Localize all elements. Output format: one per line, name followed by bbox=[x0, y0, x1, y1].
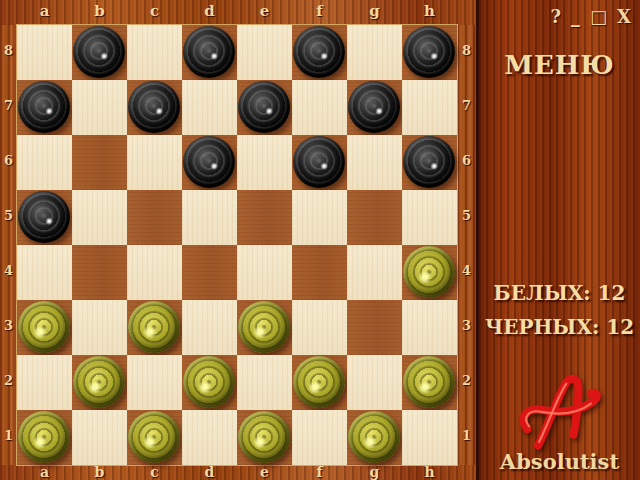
maximize-button[interactable]: □ bbox=[590, 6, 607, 28]
white-man-h4[interactable] bbox=[403, 246, 455, 298]
black-man-a7[interactable] bbox=[18, 81, 70, 133]
square-c7[interactable] bbox=[127, 80, 182, 135]
black-man-h6[interactable] bbox=[403, 136, 455, 188]
square-e3[interactable] bbox=[237, 300, 292, 355]
square-g2[interactable] bbox=[347, 355, 402, 410]
window-controls: ? _ □ X bbox=[550, 6, 631, 28]
board bbox=[17, 25, 457, 465]
rank-label-left-8: 8 bbox=[0, 25, 17, 80]
square-d6[interactable] bbox=[182, 135, 237, 190]
file-label-top-b: b bbox=[72, 0, 127, 25]
white-man-f2[interactable] bbox=[293, 356, 345, 408]
file-label-bottom-e: e bbox=[237, 465, 292, 480]
square-e8[interactable] bbox=[237, 25, 292, 80]
square-a1[interactable] bbox=[17, 410, 72, 465]
square-e5[interactable] bbox=[237, 190, 292, 245]
square-f5[interactable] bbox=[292, 190, 347, 245]
square-c4[interactable] bbox=[127, 245, 182, 300]
square-e2[interactable] bbox=[237, 355, 292, 410]
rank-label-right-8: 8 bbox=[457, 25, 476, 80]
black-counter: ЧЕРНЫХ: 12 bbox=[479, 310, 640, 344]
white-counter-value: 12 bbox=[598, 281, 626, 305]
black-man-f6[interactable] bbox=[293, 136, 345, 188]
square-b4[interactable] bbox=[72, 245, 127, 300]
file-label-top-h: h bbox=[402, 0, 457, 25]
app-window: 87654321 87654321 abcdefgh abcdefgh ? _ … bbox=[0, 0, 640, 480]
square-f7[interactable] bbox=[292, 80, 347, 135]
white-man-b2[interactable] bbox=[73, 356, 125, 408]
square-e1[interactable] bbox=[237, 410, 292, 465]
square-f1[interactable] bbox=[292, 410, 347, 465]
file-labels-top: abcdefgh bbox=[0, 0, 476, 25]
menu-button[interactable]: МЕНЮ bbox=[479, 50, 640, 80]
square-g5[interactable] bbox=[347, 190, 402, 245]
square-h5[interactable] bbox=[402, 190, 457, 245]
square-f6[interactable] bbox=[292, 135, 347, 190]
square-a8[interactable] bbox=[17, 25, 72, 80]
black-man-b8[interactable] bbox=[73, 26, 125, 78]
square-h2[interactable] bbox=[402, 355, 457, 410]
board-panel: 87654321 87654321 abcdefgh abcdefgh bbox=[0, 0, 476, 480]
file-label-bottom-g: g bbox=[347, 465, 402, 480]
white-counter-label: БЕЛЫХ: bbox=[494, 281, 591, 305]
square-a3[interactable] bbox=[17, 300, 72, 355]
black-man-f8[interactable] bbox=[293, 26, 345, 78]
white-man-g1[interactable] bbox=[348, 411, 400, 463]
file-label-top-d: d bbox=[182, 0, 237, 25]
black-man-d6[interactable] bbox=[183, 136, 235, 188]
square-g8[interactable] bbox=[347, 25, 402, 80]
square-f8[interactable] bbox=[292, 25, 347, 80]
rank-labels-left: 87654321 bbox=[0, 0, 17, 480]
square-b6[interactable] bbox=[72, 135, 127, 190]
file-label-top-e: e bbox=[237, 0, 292, 25]
square-f4[interactable] bbox=[292, 245, 347, 300]
rank-label-left-6: 6 bbox=[0, 135, 17, 190]
rank-labels-right: 87654321 bbox=[457, 0, 476, 480]
rank-label-left-3: 3 bbox=[0, 300, 17, 355]
rank-label-right-5: 5 bbox=[457, 190, 476, 245]
black-man-e7[interactable] bbox=[238, 81, 290, 133]
square-c6[interactable] bbox=[127, 135, 182, 190]
white-man-e1[interactable] bbox=[238, 411, 290, 463]
square-g4[interactable] bbox=[347, 245, 402, 300]
square-f2[interactable] bbox=[292, 355, 347, 410]
square-d1[interactable] bbox=[182, 410, 237, 465]
rank-label-right-2: 2 bbox=[457, 355, 476, 410]
white-man-c3[interactable] bbox=[128, 301, 180, 353]
square-c3[interactable] bbox=[127, 300, 182, 355]
square-g7[interactable] bbox=[347, 80, 402, 135]
help-button[interactable]: ? bbox=[550, 6, 561, 28]
piece-counters: БЕЛЫХ: 12 ЧЕРНЫХ: 12 bbox=[479, 276, 640, 344]
black-man-h8[interactable] bbox=[403, 26, 455, 78]
square-a5[interactable] bbox=[17, 190, 72, 245]
white-man-h2[interactable] bbox=[403, 356, 455, 408]
rank-label-right-7: 7 bbox=[457, 80, 476, 135]
file-label-bottom-h: h bbox=[402, 465, 457, 480]
square-a7[interactable] bbox=[17, 80, 72, 135]
square-b3[interactable] bbox=[72, 300, 127, 355]
sidebar: ? _ □ X МЕНЮ БЕЛЫХ: 12 ЧЕРНЫХ: 12 bbox=[476, 0, 640, 480]
square-c1[interactable] bbox=[127, 410, 182, 465]
square-g3[interactable] bbox=[347, 300, 402, 355]
file-labels-bottom: abcdefgh bbox=[0, 465, 476, 480]
square-e7[interactable] bbox=[237, 80, 292, 135]
square-f3[interactable] bbox=[292, 300, 347, 355]
square-d7[interactable] bbox=[182, 80, 237, 135]
brand-name: Absolutist bbox=[479, 449, 640, 474]
white-man-e3[interactable] bbox=[238, 301, 290, 353]
black-man-a5[interactable] bbox=[18, 191, 70, 243]
rank-label-right-4: 4 bbox=[457, 245, 476, 300]
rank-label-left-4: 4 bbox=[0, 245, 17, 300]
black-counter-value: 12 bbox=[606, 315, 634, 339]
square-c5[interactable] bbox=[127, 190, 182, 245]
white-man-a1[interactable] bbox=[18, 411, 70, 463]
black-man-d8[interactable] bbox=[183, 26, 235, 78]
file-label-top-g: g bbox=[347, 0, 402, 25]
square-h6[interactable] bbox=[402, 135, 457, 190]
square-a4[interactable] bbox=[17, 245, 72, 300]
square-b8[interactable] bbox=[72, 25, 127, 80]
square-e6[interactable] bbox=[237, 135, 292, 190]
file-label-bottom-b: b bbox=[72, 465, 127, 480]
square-g1[interactable] bbox=[347, 410, 402, 465]
white-man-a3[interactable] bbox=[18, 301, 70, 353]
square-h7[interactable] bbox=[402, 80, 457, 135]
file-label-bottom-c: c bbox=[127, 465, 182, 480]
square-h1[interactable] bbox=[402, 410, 457, 465]
square-h3[interactable] bbox=[402, 300, 457, 355]
rank-label-left-5: 5 bbox=[0, 190, 17, 245]
black-man-c7[interactable] bbox=[128, 81, 180, 133]
file-label-top-a: a bbox=[17, 0, 72, 25]
rank-label-left-2: 2 bbox=[0, 355, 17, 410]
file-label-top-c: c bbox=[127, 0, 182, 25]
rank-label-right-1: 1 bbox=[457, 410, 476, 465]
square-g6[interactable] bbox=[347, 135, 402, 190]
black-man-g7[interactable] bbox=[348, 81, 400, 133]
square-d3[interactable] bbox=[182, 300, 237, 355]
square-a6[interactable] bbox=[17, 135, 72, 190]
file-label-bottom-a: a bbox=[17, 465, 72, 480]
square-h4[interactable] bbox=[402, 245, 457, 300]
square-a2[interactable] bbox=[17, 355, 72, 410]
absolutist-logo[interactable]: Absolutist bbox=[479, 371, 640, 474]
black-counter-label: ЧЕРНЫХ: bbox=[485, 315, 599, 339]
file-label-bottom-f: f bbox=[292, 465, 347, 480]
square-h8[interactable] bbox=[402, 25, 457, 80]
square-e4[interactable] bbox=[237, 245, 292, 300]
rank-label-left-7: 7 bbox=[0, 80, 17, 135]
square-d2[interactable] bbox=[182, 355, 237, 410]
square-b5[interactable] bbox=[72, 190, 127, 245]
square-b7[interactable] bbox=[72, 80, 127, 135]
square-c8[interactable] bbox=[127, 25, 182, 80]
square-c2[interactable] bbox=[127, 355, 182, 410]
white-counter: БЕЛЫХ: 12 bbox=[479, 276, 640, 310]
square-d8[interactable] bbox=[182, 25, 237, 80]
file-label-bottom-d: d bbox=[182, 465, 237, 480]
square-b2[interactable] bbox=[72, 355, 127, 410]
minimize-button[interactable]: _ bbox=[571, 6, 580, 28]
close-button[interactable]: X bbox=[617, 6, 631, 28]
rank-label-right-6: 6 bbox=[457, 135, 476, 190]
square-d5[interactable] bbox=[182, 190, 237, 245]
absolutist-a-icon bbox=[512, 371, 608, 451]
rank-label-left-1: 1 bbox=[0, 410, 17, 465]
white-man-d2[interactable] bbox=[183, 356, 235, 408]
file-label-top-f: f bbox=[292, 0, 347, 25]
square-b1[interactable] bbox=[72, 410, 127, 465]
square-d4[interactable] bbox=[182, 245, 237, 300]
white-man-c1[interactable] bbox=[128, 411, 180, 463]
rank-label-right-3: 3 bbox=[457, 300, 476, 355]
